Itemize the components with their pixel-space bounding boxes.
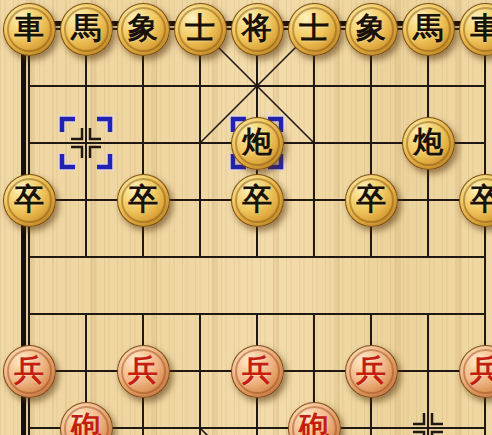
last-move-bracket [62,154,75,167]
black-soldier[interactable]: 卒 [117,174,170,227]
red-soldier-glyph: 兵 [242,355,272,387]
black-soldier-glyph: 卒 [242,184,272,216]
point-marker [90,147,101,158]
red-soldier[interactable]: 兵 [345,345,398,398]
red-cannon-glyph: 砲 [299,412,329,435]
last-move-bracket [97,154,110,167]
black-cannon-glyph: 炮 [242,127,272,159]
last-move-bracket [97,119,110,132]
black-soldier[interactable]: 卒 [3,174,56,227]
black-cannon[interactable]: 炮 [231,117,284,170]
black-soldier-glyph: 卒 [128,184,158,216]
black-advisor-glyph: 士 [185,13,215,45]
red-soldier[interactable]: 兵 [117,345,170,398]
black-horse-glyph: 馬 [71,13,101,45]
black-horse-glyph: 馬 [413,13,443,45]
black-elephant-glyph: 象 [128,13,158,45]
black-elephant[interactable]: 象 [345,3,398,56]
black-general[interactable]: 将 [231,3,284,56]
red-cannon-glyph: 砲 [71,412,101,435]
point-marker [413,413,424,424]
point-marker [71,128,82,139]
black-cannon-glyph: 炮 [413,127,443,159]
black-soldier[interactable]: 卒 [231,174,284,227]
black-advisor[interactable]: 士 [174,3,227,56]
black-advisor-glyph: 士 [299,13,329,45]
xiangqi-board: 車馬象士将士象馬車炮炮卒卒卒卒卒兵兵兵兵兵砲砲 [0,0,492,435]
red-soldier-glyph: 兵 [14,355,44,387]
point-marker [71,147,82,158]
last-move-bracket [62,119,75,132]
red-soldier-glyph: 兵 [470,355,492,387]
black-horse[interactable]: 馬 [60,3,113,56]
black-soldier-glyph: 卒 [470,184,492,216]
black-cannon[interactable]: 炮 [402,117,455,170]
red-soldier[interactable]: 兵 [231,345,284,398]
black-chariot-glyph: 車 [14,13,44,45]
black-elephant[interactable]: 象 [117,3,170,56]
black-advisor[interactable]: 士 [288,3,341,56]
black-horse[interactable]: 馬 [402,3,455,56]
point-marker [90,128,101,139]
red-soldier-glyph: 兵 [356,355,386,387]
black-soldier-glyph: 卒 [356,184,386,216]
black-chariot-glyph: 車 [470,13,492,45]
black-chariot[interactable]: 車 [3,3,56,56]
black-soldier-glyph: 卒 [14,184,44,216]
point-marker [432,413,443,424]
black-elephant-glyph: 象 [356,13,386,45]
black-general-glyph: 将 [242,13,272,45]
black-soldier[interactable]: 卒 [345,174,398,227]
red-soldier[interactable]: 兵 [3,345,56,398]
red-soldier-glyph: 兵 [128,355,158,387]
